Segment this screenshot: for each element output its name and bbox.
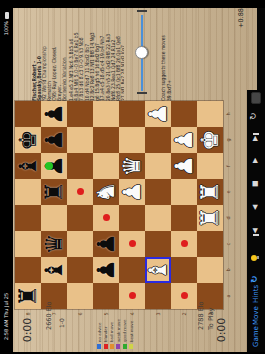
square-b6[interactable] [67, 257, 93, 283]
game-subtitle-3: Borisenko Variation [62, 31, 67, 101]
legend-label: blunder [103, 327, 108, 342]
legend-color-chip [116, 344, 120, 349]
legend-label: good move [123, 320, 128, 342]
battery-percent: 100% [0, 21, 13, 35]
white-k-g1[interactable]: ♚ [197, 127, 223, 153]
square-d3[interactable] [145, 205, 171, 231]
square-f5[interactable] [93, 153, 119, 179]
square-d6[interactable] [67, 205, 93, 231]
square-a6[interactable] [67, 283, 93, 309]
game-title: Fischer,Robert - Spassky,Boris 1-0 [32, 31, 42, 101]
rank-label-6: 6 [77, 310, 83, 318]
square-h1[interactable] [197, 101, 223, 127]
slider-knob[interactable] [135, 46, 148, 59]
square-h4[interactable] [119, 101, 145, 127]
slider-end-tick [137, 10, 147, 12]
screenshot-viewport: 2:58 AM Thu Jul 25 100% 0:00 2660 Elo 1-… [0, 0, 265, 354]
square-e2[interactable] [171, 179, 197, 205]
square-b8[interactable] [15, 257, 41, 283]
black-r-a8[interactable]: ♜ [15, 283, 41, 309]
rank-label-2: 2 [181, 310, 187, 318]
square-e8[interactable] [15, 179, 41, 205]
square-e3[interactable] [145, 179, 171, 205]
right-black-edge [0, 0, 265, 8]
black-p-h7[interactable]: ♟ [41, 101, 67, 127]
black-p-g7[interactable]: ♟ [41, 127, 67, 153]
game-button[interactable]: Game [251, 326, 262, 347]
square-b1[interactable] [197, 257, 223, 283]
step-back-icon[interactable]: ◀ [251, 205, 260, 210]
black-k-g8[interactable]: ♚ [15, 127, 41, 153]
legend-color-chip [104, 344, 108, 349]
game-position-slider[interactable] [134, 10, 150, 94]
square-h5[interactable] [93, 101, 119, 127]
skip-to-end-icon[interactable]: ▶ [251, 133, 260, 141]
black-elo: 2660 Elo [45, 302, 53, 331]
square-d2[interactable] [171, 205, 197, 231]
rotate-board-icon[interactable]: ↻ [250, 275, 259, 283]
coach-suggestion: Coach suggests these moves 39.Bxf7+ [161, 21, 183, 101]
white-p-e4[interactable]: ♟ [119, 179, 145, 205]
white-n-e5[interactable]: ♞ [93, 179, 119, 205]
chess-board[interactable]: ♜♝♚♝♛♜♟♟♟♟♟♞♟♛♝♟♟♟♜♜♚ [15, 101, 223, 309]
square-c3[interactable] [145, 231, 171, 257]
skip-to-start-icon[interactable]: ◀ [251, 228, 260, 236]
white-elo: 2788 Elo [197, 302, 205, 331]
file-label-a: a [225, 283, 231, 309]
file-label-f: f [225, 153, 231, 179]
step-forward-icon[interactable]: ▶ [251, 158, 260, 163]
square-g4[interactable] [119, 127, 145, 153]
square-a3[interactable] [145, 283, 171, 309]
status-time: 2:58 AM Thu Jul 25 [0, 293, 13, 340]
app-stage: 2:58 AM Thu Jul 25 100% 0:00 2660 Elo 1-… [0, 0, 265, 354]
square-g5[interactable] [93, 127, 119, 153]
square-h8[interactable] [15, 101, 41, 127]
white-clock: 0:00 [215, 310, 228, 350]
to-play-label: To Play [207, 308, 215, 330]
file-label-e: e [225, 179, 231, 205]
square-g6[interactable] [67, 127, 93, 153]
black-b-b7[interactable]: ♝ [41, 257, 67, 283]
black-p-b5[interactable]: ♟ [93, 257, 119, 283]
legend-color-chip [97, 344, 101, 349]
slider-start-tick [137, 92, 147, 94]
book-icon[interactable] [251, 92, 261, 104]
legend-label: no advice [97, 323, 102, 342]
legend-label: weak move [116, 319, 121, 342]
notation-panel[interactable]: Fischer,Robert - Spassky,Boris 1-0 '92 W… [32, 31, 124, 101]
file-label-b: b [225, 257, 231, 283]
white-p-f2[interactable]: ♟ [171, 153, 197, 179]
legend-color-chip [110, 344, 114, 349]
stop-icon[interactable]: ■ [251, 180, 260, 187]
square-b4[interactable] [119, 257, 145, 283]
square-c6[interactable] [67, 231, 93, 257]
white-p-h3[interactable]: ♟ [145, 101, 171, 127]
black-r-e7[interactable]: ♜ [41, 179, 67, 205]
white-q-f4[interactable]: ♛ [119, 153, 145, 179]
game-result: 1-0 [58, 318, 65, 328]
move-list: 1.e4 e5 2.Nf3 Nc6 3.Bb5 a6 4.Ba4 Nf6 5.O… [69, 31, 125, 101]
file-label-h: h [225, 101, 231, 127]
white-r-e1[interactable]: ♜ [197, 179, 223, 205]
legend-label: best move [129, 321, 134, 342]
square-f3[interactable] [145, 153, 171, 179]
square-d7[interactable] [41, 205, 67, 231]
hint-bulb-icon[interactable] [251, 255, 259, 261]
move-button[interactable]: Move [251, 306, 262, 325]
black-clock: 0:00 [21, 310, 34, 350]
advice-color-legend: no adviceblunderbad moveweak movegood mo… [96, 296, 134, 349]
square-b2[interactable] [171, 257, 197, 283]
square-f6[interactable] [67, 153, 93, 179]
legend-row: best move [128, 296, 134, 349]
legend-color-chip [129, 344, 133, 349]
game-subtitle-1: '92 World Championship Rematch [42, 31, 52, 101]
white-r-d1[interactable]: ♜ [197, 205, 223, 231]
square-c8[interactable] [15, 231, 41, 257]
legend-color-chip [123, 344, 127, 349]
redo-icon[interactable]: ↻ [249, 112, 258, 120]
file-label-c: c [225, 231, 231, 257]
square-g3[interactable] [145, 127, 171, 153]
suggested-move-dot-f7[interactable] [45, 162, 53, 170]
legend-label: bad move [110, 322, 115, 342]
status-bar: 2:58 AM Thu Jul 25 100% [0, 0, 13, 354]
white-p-g2[interactable]: ♟ [171, 127, 197, 153]
bottom-toolbar: Game Move Hints ↻ ◀ ◀ ■ ▶ ▶ ↻ [247, 90, 265, 354]
battery-icon [5, 12, 9, 19]
square-d8[interactable] [15, 205, 41, 231]
black-p-c5[interactable]: ♟ [93, 231, 119, 257]
file-label-d: d [225, 205, 231, 231]
rank-label-3: 3 [155, 310, 161, 318]
evaluation-score: +0.88 [237, 8, 245, 28]
file-label-g: g [225, 127, 231, 153]
square-f1[interactable] [197, 153, 223, 179]
coach-move: 39.Bxf7+ [167, 21, 173, 101]
square-d4[interactable] [119, 205, 145, 231]
square-h2[interactable] [171, 101, 197, 127]
hints-button[interactable]: Hints [251, 285, 262, 303]
square-c1[interactable] [197, 231, 223, 257]
square-h6[interactable] [67, 101, 93, 127]
black-q-c7[interactable]: ♛ [41, 231, 67, 257]
black-b-f8[interactable]: ♝ [15, 153, 41, 179]
game-subtitle-2: C95: Ruy Lopez, Closed, Breyer, [52, 31, 62, 101]
white-b-b3[interactable]: ♝ [145, 257, 171, 283]
